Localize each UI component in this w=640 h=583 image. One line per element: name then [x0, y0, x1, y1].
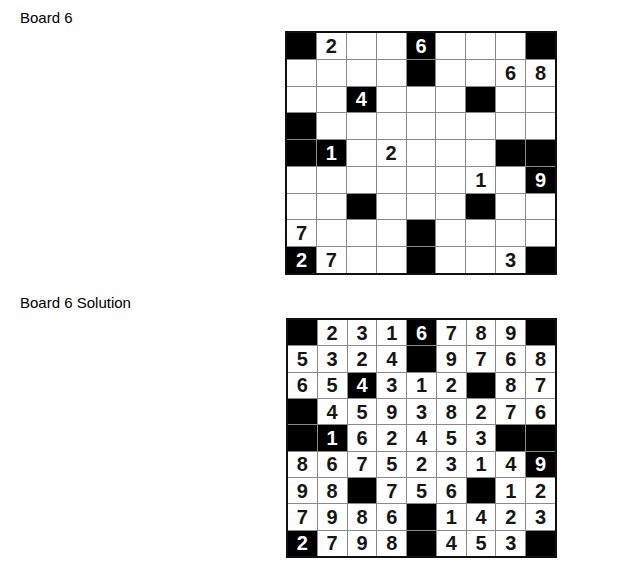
solution-cell-r5c4: 2: [377, 425, 406, 450]
solution-cell-r2c3: 2: [348, 346, 377, 371]
solution-cell-r9c1-black: 2: [288, 531, 317, 556]
solution-cell-r2c9: 8: [526, 346, 555, 371]
solution-cell-r7c6: 6: [437, 478, 466, 503]
puzzle-cell-r2c6: [436, 60, 465, 86]
solution-cell-r7c2: 8: [318, 478, 347, 503]
puzzle-cell-r7c6: [436, 194, 465, 220]
puzzle-cell-r4c7: [466, 113, 495, 139]
page: Board 6 2668412197273 Board 6 Solution 2…: [0, 0, 640, 583]
solution-cell-r9c4: 8: [377, 531, 406, 556]
solution-cell-r2c8: 6: [496, 346, 525, 371]
solution-cell-r3c5: 1: [407, 373, 436, 398]
puzzle-cell-r9c5-black: [407, 247, 436, 273]
solution-cell-r4c6: 8: [437, 399, 466, 424]
solution-cell-r6c9-black: 9: [526, 452, 555, 477]
puzzle-cell-r6c9-black: 9: [526, 167, 555, 193]
puzzle-cell-r7c7-black: [466, 194, 495, 220]
solution-cell-r6c7: 1: [467, 452, 496, 477]
puzzle-cell-r1c1-black: [287, 33, 316, 59]
puzzle-cell-r7c8: [496, 194, 525, 220]
puzzle-cell-r6c2: [317, 167, 346, 193]
solution-cell-r8c8: 2: [496, 504, 525, 529]
puzzle-cell-r1c9-black: [526, 33, 555, 59]
puzzle-cell-r2c3: [347, 60, 376, 86]
puzzle-cell-r3c9: [526, 87, 555, 113]
solution-cell-r8c4: 6: [377, 504, 406, 529]
puzzle-cell-r7c4: [377, 194, 406, 220]
solution-cell-r3c6: 2: [437, 373, 466, 398]
solution-cell-r7c9: 2: [526, 478, 555, 503]
solution-cell-r1c3: 3: [348, 320, 377, 345]
puzzle-cell-r4c4: [377, 113, 406, 139]
puzzle-cell-r7c2: [317, 194, 346, 220]
puzzle-cell-r9c6: [436, 247, 465, 273]
solution-cell-r2c2: 3: [318, 346, 347, 371]
puzzle-cell-r4c2: [317, 113, 346, 139]
puzzle-cell-r9c8: 3: [496, 247, 525, 273]
puzzle-cell-r2c9: 8: [526, 60, 555, 86]
puzzle-cell-r3c7-black: [466, 87, 495, 113]
solution-cell-r8c1: 7: [288, 504, 317, 529]
solution-cell-r3c1: 6: [288, 373, 317, 398]
puzzle-cell-r6c6: [436, 167, 465, 193]
solution-cell-r5c2-black: 1: [318, 425, 347, 450]
puzzle-cell-r3c8: [496, 87, 525, 113]
solution-cell-r2c7: 7: [467, 346, 496, 371]
puzzle-cell-r4c9: [526, 113, 555, 139]
solution-cell-r1c9-black: [526, 320, 555, 345]
solution-cell-r6c4: 5: [377, 452, 406, 477]
puzzle-cell-r4c6: [436, 113, 465, 139]
puzzle-cell-r9c1-black: 2: [287, 247, 316, 273]
solution-board: 2316789532497686543128745938276162453867…: [286, 318, 557, 558]
solution-cell-r3c3-black: 4: [348, 373, 377, 398]
solution-cell-r4c1-black: [288, 399, 317, 424]
puzzle-cell-r6c3: [347, 167, 376, 193]
solution-cell-r9c7: 5: [467, 531, 496, 556]
solution-cell-r4c9: 6: [526, 399, 555, 424]
puzzle-cell-r6c8: [496, 167, 525, 193]
puzzle-cell-r1c4: [377, 33, 406, 59]
puzzle-cell-r5c1-black: [287, 140, 316, 166]
solution-cell-r4c8: 7: [496, 399, 525, 424]
puzzle-cell-r3c1: [287, 87, 316, 113]
puzzle-cell-r8c2: [317, 220, 346, 246]
solution-cell-r2c4: 4: [377, 346, 406, 371]
puzzle-cell-r9c3: [347, 247, 376, 273]
solution-cell-r5c7: 3: [467, 425, 496, 450]
solution-cell-r4c2: 4: [318, 399, 347, 424]
puzzle-cell-r5c7: [466, 140, 495, 166]
solution-cell-r4c4: 9: [377, 399, 406, 424]
solution-cell-r3c4: 3: [377, 373, 406, 398]
puzzle-cell-r1c8: [496, 33, 525, 59]
puzzle-cell-r3c3-black: 4: [347, 87, 376, 113]
puzzle-cell-r7c3-black: [347, 194, 376, 220]
puzzle-cell-r8c5-black: [407, 220, 436, 246]
solution-cell-r3c9: 7: [526, 373, 555, 398]
solution-cell-r4c5: 3: [407, 399, 436, 424]
puzzle-cell-r4c3: [347, 113, 376, 139]
solution-cell-r2c6: 9: [437, 346, 466, 371]
puzzle-cell-r5c6: [436, 140, 465, 166]
solution-cell-r7c5: 5: [407, 478, 436, 503]
solution-cell-r5c6: 5: [437, 425, 466, 450]
puzzle-cell-r5c4: 2: [377, 140, 406, 166]
puzzle-cell-r6c7: 1: [466, 167, 495, 193]
puzzle-cell-r1c5-black: 6: [407, 33, 436, 59]
puzzle-cell-r8c7: [466, 220, 495, 246]
solution-cell-r5c9-black: [526, 425, 555, 450]
solution-cell-r4c7: 2: [467, 399, 496, 424]
solution-cell-r5c8-black: [496, 425, 525, 450]
puzzle-cell-r5c2-black: 1: [317, 140, 346, 166]
puzzle-cell-r3c5: [407, 87, 436, 113]
solution-cell-r1c8: 9: [496, 320, 525, 345]
puzzle-cell-r2c7: [466, 60, 495, 86]
puzzle-cell-r5c8-black: [496, 140, 525, 166]
solution-cell-r9c2: 7: [318, 531, 347, 556]
puzzle-cell-r8c3: [347, 220, 376, 246]
solution-cell-r4c3: 5: [348, 399, 377, 424]
puzzle-cell-r8c9: [526, 220, 555, 246]
solution-cell-r7c3-black: [348, 478, 377, 503]
solution-cell-r6c6: 3: [437, 452, 466, 477]
solution-cell-r6c8: 4: [496, 452, 525, 477]
puzzle-cell-r2c2: [317, 60, 346, 86]
solution-cell-r7c7-black: [467, 478, 496, 503]
solution-cell-r2c5-black: [407, 346, 436, 371]
solution-cell-r9c9-black: [526, 531, 555, 556]
puzzle-cell-r1c7: [466, 33, 495, 59]
solution-cell-r3c8: 8: [496, 373, 525, 398]
solution-cell-r1c4: 1: [377, 320, 406, 345]
puzzle-cell-r2c1: [287, 60, 316, 86]
puzzle-cell-r8c4: [377, 220, 406, 246]
solution-cell-r7c4: 7: [377, 478, 406, 503]
puzzle-board-title: Board 6: [20, 9, 73, 26]
puzzle-cell-r5c5: [407, 140, 436, 166]
puzzle-cell-r9c4: [377, 247, 406, 273]
puzzle-cell-r4c1-black: [287, 113, 316, 139]
puzzle-cell-r7c5: [407, 194, 436, 220]
puzzle-cell-r1c6: [436, 33, 465, 59]
solution-cell-r8c5-black: [407, 504, 436, 529]
solution-cell-r8c3: 8: [348, 504, 377, 529]
puzzle-cell-r3c2: [317, 87, 346, 113]
solution-cell-r3c2: 5: [318, 373, 347, 398]
solution-cell-r3c7-black: [467, 373, 496, 398]
solution-cell-r5c1-black: [288, 425, 317, 450]
solution-cell-r9c6: 4: [437, 531, 466, 556]
solution-cell-r1c7: 8: [467, 320, 496, 345]
solution-cell-r9c3: 9: [348, 531, 377, 556]
solution-cell-r6c2: 6: [318, 452, 347, 477]
puzzle-cell-r3c6: [436, 87, 465, 113]
puzzle-cell-r4c8: [496, 113, 525, 139]
solution-board-title: Board 6 Solution: [20, 294, 131, 311]
puzzle-cell-r5c3: [347, 140, 376, 166]
solution-cell-r9c5-black: [407, 531, 436, 556]
solution-cell-r6c5: 2: [407, 452, 436, 477]
solution-cell-r7c1: 9: [288, 478, 317, 503]
puzzle-cell-r2c4: [377, 60, 406, 86]
solution-cell-r1c6: 7: [437, 320, 466, 345]
solution-cell-r1c2: 2: [318, 320, 347, 345]
puzzle-cell-r2c8: 6: [496, 60, 525, 86]
puzzle-cell-r3c4: [377, 87, 406, 113]
solution-cell-r1c1-black: [288, 320, 317, 345]
solution-cell-r5c5: 4: [407, 425, 436, 450]
solution-cell-r5c3: 6: [348, 425, 377, 450]
solution-cell-r6c1: 8: [288, 452, 317, 477]
puzzle-cell-r5c9-black: [526, 140, 555, 166]
puzzle-cell-r9c2: 7: [317, 247, 346, 273]
solution-cell-r8c2: 9: [318, 504, 347, 529]
solution-cell-r9c8: 3: [496, 531, 525, 556]
puzzle-cell-r6c5: [407, 167, 436, 193]
puzzle-cell-r7c1: [287, 194, 316, 220]
solution-cell-r1c5-black: 6: [407, 320, 436, 345]
puzzle-cell-r8c1: 7: [287, 220, 316, 246]
solution-cell-r8c9: 3: [526, 504, 555, 529]
puzzle-cell-r6c1: [287, 167, 316, 193]
solution-cell-r8c7: 4: [467, 504, 496, 529]
puzzle-cell-r2c5-black: [407, 60, 436, 86]
puzzle-cell-r4c5: [407, 113, 436, 139]
puzzle-cell-r8c8: [496, 220, 525, 246]
solution-cell-r7c8: 1: [496, 478, 525, 503]
puzzle-cell-r1c3: [347, 33, 376, 59]
puzzle-cell-r1c2: 2: [317, 33, 346, 59]
solution-cell-r2c1: 5: [288, 346, 317, 371]
puzzle-cell-r8c6: [436, 220, 465, 246]
puzzle-cell-r9c9-black: [526, 247, 555, 273]
puzzle-cell-r7c9: [526, 194, 555, 220]
puzzle-board: 2668412197273: [285, 31, 557, 275]
solution-cell-r8c6: 1: [437, 504, 466, 529]
puzzle-cell-r9c7: [466, 247, 495, 273]
puzzle-cell-r6c4: [377, 167, 406, 193]
solution-cell-r6c3: 7: [348, 452, 377, 477]
